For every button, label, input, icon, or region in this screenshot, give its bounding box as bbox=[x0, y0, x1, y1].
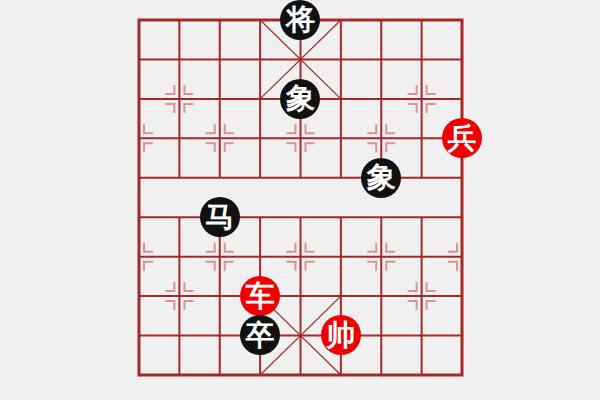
piece-black-elephant[interactable]: 象 bbox=[280, 79, 320, 119]
piece-red-chariot[interactable]: 车 bbox=[240, 276, 280, 316]
piece-black-elephant[interactable]: 象 bbox=[361, 158, 401, 198]
piece-grid: 将象兵象马车卒帅 bbox=[119, 0, 482, 394]
piece-black-horse[interactable]: 马 bbox=[200, 197, 240, 237]
piece-red-soldier[interactable]: 兵 bbox=[442, 118, 482, 158]
piece-black-general[interactable]: 将 bbox=[280, 0, 320, 40]
piece-black-soldier[interactable]: 卒 bbox=[240, 315, 280, 355]
piece-red-general[interactable]: 帅 bbox=[321, 315, 361, 355]
xiangqi-app: 将象兵象马车卒帅 bbox=[0, 0, 600, 400]
